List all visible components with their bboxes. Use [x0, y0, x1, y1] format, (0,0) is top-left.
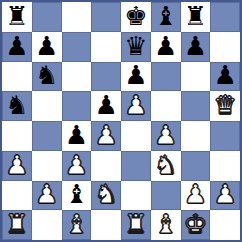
- piece-black-knight: ♞: [5, 92, 28, 118]
- square-b2[interactable]: ♟: [32, 181, 62, 211]
- piece-black-queen: ♛: [124, 33, 147, 59]
- piece-white-pawn: ♟: [35, 181, 58, 207]
- square-d3[interactable]: [91, 151, 121, 181]
- square-e1[interactable]: ♜: [121, 210, 151, 240]
- square-g5[interactable]: [181, 91, 211, 121]
- square-d7[interactable]: [91, 32, 121, 62]
- piece-white-pawn: ♟: [124, 92, 147, 118]
- square-b7[interactable]: ♟: [32, 32, 62, 62]
- square-g2[interactable]: ♟: [181, 181, 211, 211]
- piece-black-rook: ♜: [5, 3, 28, 29]
- piece-white-queen: ♛: [213, 92, 236, 118]
- square-d8[interactable]: [91, 2, 121, 32]
- piece-black-bishop: ♝: [154, 3, 177, 29]
- square-h5[interactable]: ♛: [210, 91, 240, 121]
- square-d2[interactable]: ♞: [91, 181, 121, 211]
- piece-black-pawn: ♟: [5, 33, 28, 59]
- square-c4[interactable]: ♟: [62, 121, 92, 151]
- square-b6[interactable]: ♞: [32, 62, 62, 92]
- square-f2[interactable]: [151, 181, 181, 211]
- piece-white-pawn: ♟: [65, 152, 88, 178]
- square-a6[interactable]: [2, 62, 32, 92]
- square-g1[interactable]: ♚: [181, 210, 211, 240]
- piece-black-knight: ♞: [35, 62, 58, 88]
- piece-black-pawn: ♟: [154, 33, 177, 59]
- square-a2[interactable]: [2, 181, 32, 211]
- piece-black-pawn: ♟: [35, 33, 58, 59]
- square-e4[interactable]: [121, 121, 151, 151]
- square-h1[interactable]: [210, 210, 240, 240]
- square-c5[interactable]: [62, 91, 92, 121]
- square-a5[interactable]: ♞: [2, 91, 32, 121]
- square-e8[interactable]: ♚: [121, 2, 151, 32]
- piece-white-king: ♚: [184, 211, 207, 237]
- square-d4[interactable]: ♟: [91, 121, 121, 151]
- square-h2[interactable]: ♟: [210, 181, 240, 211]
- square-d1[interactable]: [91, 210, 121, 240]
- piece-white-rook: ♜: [124, 211, 147, 237]
- square-d6[interactable]: [91, 62, 121, 92]
- square-c2[interactable]: ♝: [62, 181, 92, 211]
- chess-board: ♜♚♝♜♟♟♛♟♟♞♟♟♞♟♟♛♟♟♟♟♟♞♟♝♞♟♟♜♝♜♝♚: [0, 0, 242, 242]
- piece-white-rook: ♜: [5, 211, 28, 237]
- square-b3[interactable]: [32, 151, 62, 181]
- square-a1[interactable]: ♜: [2, 210, 32, 240]
- piece-white-pawn: ♟: [184, 181, 207, 207]
- square-h7[interactable]: [210, 32, 240, 62]
- piece-black-rook: ♜: [184, 3, 207, 29]
- square-b8[interactable]: [32, 2, 62, 32]
- square-c7[interactable]: [62, 32, 92, 62]
- square-g7[interactable]: ♟: [181, 32, 211, 62]
- square-e2[interactable]: [121, 181, 151, 211]
- square-f7[interactable]: ♟: [151, 32, 181, 62]
- piece-white-pawn: ♟: [5, 152, 28, 178]
- piece-white-bishop: ♝: [65, 211, 88, 237]
- square-h6[interactable]: ♟: [210, 62, 240, 92]
- square-g8[interactable]: ♜: [181, 2, 211, 32]
- square-h8[interactable]: [210, 2, 240, 32]
- square-g3[interactable]: [181, 151, 211, 181]
- piece-black-pawn: ♟: [94, 92, 117, 118]
- piece-white-pawn: ♟: [94, 122, 117, 148]
- square-h3[interactable]: [210, 151, 240, 181]
- piece-white-knight: ♞: [94, 181, 117, 207]
- piece-white-pawn: ♟: [213, 181, 236, 207]
- piece-black-bishop: ♝: [65, 181, 88, 207]
- square-a3[interactable]: ♟: [2, 151, 32, 181]
- piece-white-pawn: ♟: [154, 122, 177, 148]
- square-c1[interactable]: ♝: [62, 210, 92, 240]
- square-a4[interactable]: [2, 121, 32, 151]
- square-f5[interactable]: [151, 91, 181, 121]
- square-f3[interactable]: ♞: [151, 151, 181, 181]
- square-d5[interactable]: ♟: [91, 91, 121, 121]
- square-c3[interactable]: ♟: [62, 151, 92, 181]
- square-c6[interactable]: [62, 62, 92, 92]
- square-c8[interactable]: [62, 2, 92, 32]
- square-h4[interactable]: [210, 121, 240, 151]
- piece-black-pawn: ♟: [184, 33, 207, 59]
- square-e5[interactable]: ♟: [121, 91, 151, 121]
- piece-white-knight: ♞: [154, 152, 177, 178]
- square-f4[interactable]: ♟: [151, 121, 181, 151]
- square-f8[interactable]: ♝: [151, 2, 181, 32]
- square-b4[interactable]: [32, 121, 62, 151]
- piece-black-pawn: ♟: [124, 62, 147, 88]
- square-f6[interactable]: [151, 62, 181, 92]
- square-a7[interactable]: ♟: [2, 32, 32, 62]
- piece-black-king: ♚: [124, 3, 147, 29]
- square-e3[interactable]: [121, 151, 151, 181]
- square-e6[interactable]: ♟: [121, 62, 151, 92]
- square-g4[interactable]: [181, 121, 211, 151]
- square-b5[interactable]: [32, 91, 62, 121]
- piece-white-bishop: ♝: [154, 211, 177, 237]
- piece-black-pawn: ♟: [65, 122, 88, 148]
- square-b1[interactable]: [32, 210, 62, 240]
- piece-black-pawn: ♟: [213, 62, 236, 88]
- square-g6[interactable]: [181, 62, 211, 92]
- square-e7[interactable]: ♛: [121, 32, 151, 62]
- square-f1[interactable]: ♝: [151, 210, 181, 240]
- square-a8[interactable]: ♜: [2, 2, 32, 32]
